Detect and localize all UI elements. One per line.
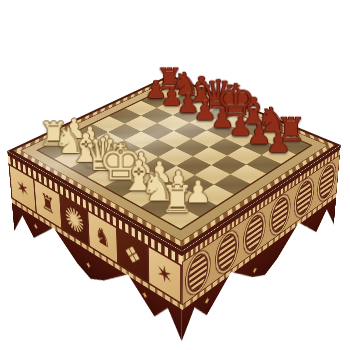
red-pawn-glyph: ♟ (248, 129, 309, 156)
star-icon: ✦ (204, 294, 211, 309)
chess-box: abcdefgh12345678 ♜♞♝♛♚♝♞♜♟♟♟♟♟♟♟♟♟♟♟♟♟♟♟… (7, 75, 341, 252)
star-icon: ✦ (252, 264, 259, 278)
star-icon: ✦ (33, 220, 40, 233)
white-rook-glyph: ♜ (143, 180, 211, 218)
arc-accent-icon: ⌣ (56, 245, 65, 261)
star-icon: ✦ (303, 222, 309, 235)
star-icon: ✦ (85, 259, 92, 273)
product-photo-scene: abcdefgh12345678 ♜♞♝♛♚♝♞♜♟♟♟♟♟♟♟♟♟♟♟♟♟♟♟… (0, 0, 350, 350)
arc-accent-icon: ⌣ (274, 251, 283, 267)
